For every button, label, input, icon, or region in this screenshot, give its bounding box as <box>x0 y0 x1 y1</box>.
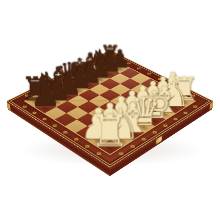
hinge-icon <box>6 102 10 110</box>
black-pawn-a7: ♟ <box>30 77 61 111</box>
hinge-icon <box>210 101 214 109</box>
white-rook-a1: ♜ <box>90 108 130 152</box>
chess-set-photo: ♜♞♝♛♚♝♞♜♟♟♟♟♟♟♟♟♟♟♟♟♟♟♟♟♜♞♝♛♚♝♞♜ <box>0 0 220 220</box>
